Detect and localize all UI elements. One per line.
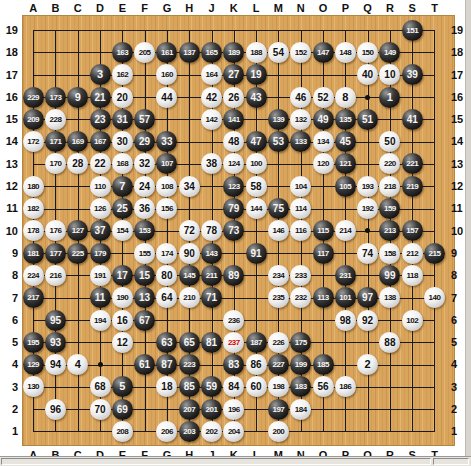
board-point-C6[interactable]: [67, 309, 89, 331]
board-point-N2[interactable]: 184: [290, 398, 312, 420]
board-point-M19[interactable]: [267, 19, 289, 41]
white-stone-42[interactable]: 42: [201, 87, 222, 108]
board-point-H9[interactable]: 90: [178, 242, 200, 264]
black-stone-121[interactable]: 121: [335, 153, 356, 174]
black-stone-179[interactable]: 179: [90, 243, 111, 264]
board-point-F10[interactable]: 153: [133, 220, 155, 242]
black-stone-49[interactable]: 49: [313, 109, 334, 130]
board-point-A12[interactable]: 180: [22, 175, 44, 197]
board-point-M6[interactable]: [267, 309, 289, 331]
black-stone-163[interactable]: 163: [112, 42, 133, 63]
black-stone-123[interactable]: 123: [223, 176, 244, 197]
white-stone-205[interactable]: 205: [134, 42, 155, 63]
board-point-K3[interactable]: 84: [223, 376, 245, 398]
board-point-E17[interactable]: 162: [111, 64, 133, 86]
board-point-M14[interactable]: 53: [267, 130, 289, 152]
board-point-A16[interactable]: 229: [22, 86, 44, 108]
white-stone-48[interactable]: 48: [223, 131, 244, 152]
board-point-R18[interactable]: 149: [379, 41, 401, 63]
board-point-N19[interactable]: [290, 19, 312, 41]
board-point-M18[interactable]: 54: [267, 41, 289, 63]
board-point-Q8[interactable]: [356, 264, 378, 286]
black-stone-187[interactable]: 187: [246, 332, 267, 353]
board-point-O1[interactable]: [312, 420, 334, 442]
board-point-D18[interactable]: [89, 41, 111, 63]
white-stone-148[interactable]: 148: [335, 42, 356, 63]
board-point-S1[interactable]: [401, 420, 423, 442]
black-stone-81[interactable]: 81: [201, 332, 222, 353]
board-point-L4[interactable]: 86: [245, 353, 267, 375]
white-stone-2[interactable]: 2: [357, 354, 378, 375]
board-point-R5[interactable]: 88: [379, 331, 401, 353]
board-point-Q10[interactable]: [356, 220, 378, 242]
board-point-K16[interactable]: 26: [223, 86, 245, 108]
white-stone-124[interactable]: 124: [223, 153, 244, 174]
board-point-D3[interactable]: 68: [89, 376, 111, 398]
white-stone-235[interactable]: 235: [268, 287, 289, 308]
board-point-O18[interactable]: 147: [312, 41, 334, 63]
white-stone-146[interactable]: 146: [268, 220, 289, 241]
white-stone-70[interactable]: 70: [90, 399, 111, 420]
black-stone-221[interactable]: 221: [402, 153, 423, 174]
board-point-G9[interactable]: 174: [156, 242, 178, 264]
board-point-R7[interactable]: 138: [379, 287, 401, 309]
board-point-H1[interactable]: 203: [178, 420, 200, 442]
black-stone-11[interactable]: 11: [90, 287, 111, 308]
board-point-K10[interactable]: 73: [223, 220, 245, 242]
board-point-O19[interactable]: [312, 19, 334, 41]
board-point-G13[interactable]: 107: [156, 153, 178, 175]
board-point-J5[interactable]: 81: [200, 331, 222, 353]
board-point-O13[interactable]: 120: [312, 153, 334, 175]
board-point-C1[interactable]: [67, 420, 89, 442]
white-stone-64[interactable]: 64: [156, 287, 177, 308]
board-point-L9[interactable]: 91: [245, 242, 267, 264]
white-stone-138[interactable]: 138: [379, 287, 400, 308]
board-point-H8[interactable]: 145: [178, 264, 200, 286]
board-point-M10[interactable]: 146: [267, 220, 289, 242]
board-point-L12[interactable]: 58: [245, 175, 267, 197]
white-stone-72[interactable]: 72: [179, 220, 200, 241]
white-stone-155[interactable]: 155: [134, 243, 155, 264]
board-point-J9[interactable]: 143: [200, 242, 222, 264]
white-stone-52[interactable]: 52: [313, 87, 334, 108]
board-point-J11[interactable]: [200, 197, 222, 219]
black-stone-211[interactable]: 211: [201, 265, 222, 286]
board-point-E11[interactable]: 25: [111, 197, 133, 219]
board-point-H19[interactable]: [178, 19, 200, 41]
board-point-G7[interactable]: 64: [156, 287, 178, 309]
board-point-L19[interactable]: [245, 19, 267, 41]
black-stone-169[interactable]: 169: [67, 131, 88, 152]
board-point-F6[interactable]: 67: [133, 309, 155, 331]
black-stone-99[interactable]: 99: [379, 265, 400, 286]
black-stone-69[interactable]: 69: [112, 399, 133, 420]
white-stone-180[interactable]: 180: [23, 176, 44, 197]
board-point-E7[interactable]: 190: [111, 287, 133, 309]
board-point-K13[interactable]: 124: [223, 153, 245, 175]
board-point-O5[interactable]: [312, 331, 334, 353]
black-stone-209[interactable]: 209: [23, 109, 44, 130]
black-stone-107[interactable]: 107: [156, 153, 177, 174]
board-point-Q17[interactable]: 40: [356, 64, 378, 86]
black-stone-229[interactable]: 229: [23, 87, 44, 108]
board-point-B5[interactable]: 93: [44, 331, 66, 353]
white-stone-54[interactable]: 54: [268, 42, 289, 63]
white-stone-237[interactable]: 237: [223, 332, 244, 353]
board-point-N12[interactable]: 104: [290, 175, 312, 197]
black-stone-115[interactable]: 115: [313, 220, 334, 241]
board-point-G11[interactable]: 156: [156, 197, 178, 219]
black-stone-67[interactable]: 67: [134, 310, 155, 331]
white-stone-56[interactable]: 56: [313, 376, 334, 397]
board-point-P9[interactable]: [334, 242, 356, 264]
board-point-K15[interactable]: 141: [223, 108, 245, 130]
board-point-A18[interactable]: [22, 41, 44, 63]
board-point-P5[interactable]: [334, 331, 356, 353]
board-point-R14[interactable]: 50: [379, 130, 401, 152]
board-point-N4[interactable]: 199: [290, 353, 312, 375]
board-point-O6[interactable]: [312, 309, 334, 331]
board-point-P7[interactable]: 101: [334, 287, 356, 309]
board-point-L11[interactable]: 144: [245, 197, 267, 219]
board-point-K1[interactable]: 204: [223, 420, 245, 442]
black-stone-79[interactable]: 79: [223, 198, 244, 219]
board-point-J2[interactable]: 201: [200, 398, 222, 420]
board-point-T2[interactable]: [423, 398, 445, 420]
white-stone-8[interactable]: 8: [335, 87, 356, 108]
board-point-L15[interactable]: [245, 108, 267, 130]
black-stone-41[interactable]: 41: [402, 109, 423, 130]
board-point-K5[interactable]: 237: [223, 331, 245, 353]
white-stone-16[interactable]: 16: [112, 310, 133, 331]
board-point-P10[interactable]: 214: [334, 220, 356, 242]
board-point-F14[interactable]: 29: [133, 130, 155, 152]
board-point-N11[interactable]: 114: [290, 197, 312, 219]
board-point-A11[interactable]: 182: [22, 197, 44, 219]
black-stone-53[interactable]: 53: [268, 131, 289, 152]
board-point-O10[interactable]: 115: [312, 220, 334, 242]
white-stone-191[interactable]: 191: [90, 265, 111, 286]
board-point-S15[interactable]: 41: [401, 108, 423, 130]
board-point-C11[interactable]: [67, 197, 89, 219]
board-point-S4[interactable]: [401, 353, 423, 375]
board-point-P18[interactable]: 148: [334, 41, 356, 63]
board-point-G17[interactable]: 160: [156, 64, 178, 86]
board-point-S5[interactable]: [401, 331, 423, 353]
white-stone-92[interactable]: 92: [357, 310, 378, 331]
black-stone-21[interactable]: 21: [90, 87, 111, 108]
board-point-K2[interactable]: 196: [223, 398, 245, 420]
black-stone-25[interactable]: 25: [112, 198, 133, 219]
board-point-K18[interactable]: 189: [223, 41, 245, 63]
board-point-P13[interactable]: 121: [334, 153, 356, 175]
board-point-A2[interactable]: [22, 398, 44, 420]
board-point-F16[interactable]: [133, 86, 155, 108]
board-point-G16[interactable]: 44: [156, 86, 178, 108]
white-stone-154[interactable]: 154: [112, 220, 133, 241]
black-stone-37[interactable]: 37: [90, 220, 111, 241]
board-point-E9[interactable]: [111, 242, 133, 264]
black-stone-207[interactable]: 207: [179, 399, 200, 420]
white-stone-176[interactable]: 176: [45, 220, 66, 241]
black-stone-201[interactable]: 201: [201, 399, 222, 420]
board-point-M1[interactable]: 200: [267, 420, 289, 442]
black-stone-83[interactable]: 83: [223, 354, 244, 375]
board-point-F19[interactable]: [133, 19, 155, 41]
board-point-J19[interactable]: [200, 19, 222, 41]
black-stone-63[interactable]: 63: [156, 332, 177, 353]
board-point-A6[interactable]: [22, 309, 44, 331]
board-point-P19[interactable]: [334, 19, 356, 41]
white-stone-96[interactable]: 96: [45, 399, 66, 420]
board-point-G12[interactable]: 108: [156, 175, 178, 197]
board-point-L2[interactable]: [245, 398, 267, 420]
white-stone-156[interactable]: 156: [156, 198, 177, 219]
board-point-S13[interactable]: 221: [401, 153, 423, 175]
board-point-B10[interactable]: 176: [44, 220, 66, 242]
board-point-C18[interactable]: [67, 41, 89, 63]
board-point-S14[interactable]: [401, 130, 423, 152]
board-point-H15[interactable]: [178, 108, 200, 130]
board-point-R17[interactable]: 10: [379, 64, 401, 86]
board-point-S3[interactable]: [401, 376, 423, 398]
board-point-E12[interactable]: 7: [111, 175, 133, 197]
white-stone-152[interactable]: 152: [290, 42, 311, 63]
black-stone-177[interactable]: 177: [45, 243, 66, 264]
board-point-E5[interactable]: 12: [111, 331, 133, 353]
black-stone-45[interactable]: 45: [335, 131, 356, 152]
board-point-R16[interactable]: 1: [379, 86, 401, 108]
board-point-P2[interactable]: [334, 398, 356, 420]
board-point-B12[interactable]: [44, 175, 66, 197]
board-point-P11[interactable]: [334, 197, 356, 219]
white-stone-114[interactable]: 114: [290, 198, 311, 219]
white-stone-150[interactable]: 150: [357, 42, 378, 63]
board-point-K17[interactable]: 27: [223, 64, 245, 86]
board-point-K8[interactable]: 89: [223, 264, 245, 286]
white-stone-226[interactable]: 226: [268, 332, 289, 353]
board-point-Q11[interactable]: 192: [356, 197, 378, 219]
white-stone-134[interactable]: 134: [313, 131, 334, 152]
board-point-T18[interactable]: [423, 41, 445, 63]
board-point-O3[interactable]: 56: [312, 376, 334, 398]
white-stone-26[interactable]: 26: [223, 87, 244, 108]
white-stone-193[interactable]: 193: [357, 176, 378, 197]
black-stone-145[interactable]: 145: [179, 265, 200, 286]
board-point-Q3[interactable]: [356, 376, 378, 398]
board-point-B13[interactable]: 170: [44, 153, 66, 175]
white-stone-188[interactable]: 188: [246, 42, 267, 63]
white-stone-164[interactable]: 164: [201, 64, 222, 85]
board-point-B16[interactable]: 173: [44, 86, 66, 108]
board-point-L6[interactable]: [245, 309, 267, 331]
board-point-G18[interactable]: 161: [156, 41, 178, 63]
white-stone-234[interactable]: 234: [268, 265, 289, 286]
board-point-M7[interactable]: 235: [267, 287, 289, 309]
board-point-C7[interactable]: [67, 287, 89, 309]
black-stone-213[interactable]: 213: [379, 220, 400, 241]
board-point-G6[interactable]: [156, 309, 178, 331]
black-stone-13[interactable]: 13: [134, 287, 155, 308]
board-point-C19[interactable]: [67, 19, 89, 41]
board-point-B14[interactable]: 171: [44, 130, 66, 152]
black-stone-223[interactable]: 223: [179, 354, 200, 375]
board-point-D11[interactable]: 126: [89, 197, 111, 219]
board-point-M17[interactable]: [267, 64, 289, 86]
board-point-G10[interactable]: [156, 220, 178, 242]
white-stone-84[interactable]: 84: [223, 376, 244, 397]
black-stone-105[interactable]: 105: [335, 176, 356, 197]
board-point-E19[interactable]: [111, 19, 133, 41]
board-point-E13[interactable]: 168: [111, 153, 133, 175]
board-point-A4[interactable]: 129: [22, 353, 44, 375]
black-stone-57[interactable]: 57: [134, 109, 155, 130]
board-point-T9[interactable]: 215: [423, 242, 445, 264]
board-point-N3[interactable]: 183: [290, 376, 312, 398]
black-stone-173[interactable]: 173: [45, 87, 66, 108]
board-point-Q18[interactable]: 150: [356, 41, 378, 63]
board-point-J16[interactable]: 42: [200, 86, 222, 108]
white-stone-130[interactable]: 130: [23, 376, 44, 397]
black-stone-113[interactable]: 113: [313, 287, 334, 308]
board-point-S10[interactable]: 157: [401, 220, 423, 242]
board-point-O7[interactable]: 113: [312, 287, 334, 309]
white-stone-110[interactable]: 110: [90, 176, 111, 197]
board-point-E3[interactable]: 5: [111, 376, 133, 398]
board-point-O15[interactable]: 49: [312, 108, 334, 130]
board-point-B15[interactable]: 228: [44, 108, 66, 130]
board-point-A5[interactable]: 195: [22, 331, 44, 353]
board-point-G2[interactable]: [156, 398, 178, 420]
white-stone-50[interactable]: 50: [379, 131, 400, 152]
board-point-T10[interactable]: [423, 220, 445, 242]
board-point-G19[interactable]: [156, 19, 178, 41]
board-point-S12[interactable]: 219: [401, 175, 423, 197]
board-point-F2[interactable]: [133, 398, 155, 420]
black-stone-127[interactable]: 127: [67, 220, 88, 241]
black-stone-171[interactable]: 171: [45, 131, 66, 152]
board-point-T6[interactable]: [423, 309, 445, 331]
black-stone-29[interactable]: 29: [134, 131, 155, 152]
black-stone-167[interactable]: 167: [90, 131, 111, 152]
board-point-Q5[interactable]: [356, 331, 378, 353]
black-stone-165[interactable]: 165: [201, 42, 222, 63]
white-stone-74[interactable]: 74: [357, 243, 378, 264]
board-point-C12[interactable]: [67, 175, 89, 197]
board-point-L5[interactable]: 187: [245, 331, 267, 353]
board-point-T4[interactable]: [423, 353, 445, 375]
white-stone-98[interactable]: 98: [335, 310, 356, 331]
board-point-P3[interactable]: 186: [334, 376, 356, 398]
board-point-R3[interactable]: [379, 376, 401, 398]
board-point-E15[interactable]: 31: [111, 108, 133, 130]
board-point-C8[interactable]: [67, 264, 89, 286]
black-stone-189[interactable]: 189: [223, 42, 244, 63]
black-stone-95[interactable]: 95: [45, 310, 66, 331]
board-point-N6[interactable]: [290, 309, 312, 331]
white-stone-182[interactable]: 182: [23, 198, 44, 219]
white-stone-22[interactable]: 22: [90, 153, 111, 174]
board-point-H10[interactable]: 72: [178, 220, 200, 242]
board-point-D17[interactable]: 3: [89, 64, 111, 86]
board-point-O14[interactable]: 134: [312, 130, 334, 152]
board-point-K12[interactable]: 123: [223, 175, 245, 197]
white-stone-186[interactable]: 186: [335, 376, 356, 397]
board-point-G14[interactable]: 33: [156, 130, 178, 152]
white-stone-68[interactable]: 68: [90, 376, 111, 397]
board-point-S8[interactable]: 118: [401, 264, 423, 286]
white-stone-196[interactable]: 196: [223, 399, 244, 420]
white-stone-30[interactable]: 30: [112, 131, 133, 152]
black-stone-225[interactable]: 225: [67, 243, 88, 264]
board-point-D10[interactable]: 37: [89, 220, 111, 242]
white-stone-228[interactable]: 228: [45, 109, 66, 130]
board-point-E14[interactable]: 30: [111, 130, 133, 152]
board-point-A10[interactable]: 178: [22, 220, 44, 242]
board-point-B17[interactable]: [44, 64, 66, 86]
board-point-J18[interactable]: 165: [200, 41, 222, 63]
board-point-T5[interactable]: [423, 331, 445, 353]
board-point-T15[interactable]: [423, 108, 445, 130]
board-point-Q4[interactable]: 2: [356, 353, 378, 375]
board-point-H12[interactable]: 34: [178, 175, 200, 197]
board-point-H5[interactable]: 65: [178, 331, 200, 353]
board-point-B9[interactable]: 177: [44, 242, 66, 264]
board-point-F4[interactable]: 61: [133, 353, 155, 375]
board-point-P14[interactable]: 45: [334, 130, 356, 152]
board-point-N10[interactable]: 116: [290, 220, 312, 242]
board-point-S2[interactable]: [401, 398, 423, 420]
board-point-A13[interactable]: [22, 153, 44, 175]
black-stone-135[interactable]: 135: [335, 109, 356, 130]
board-point-A3[interactable]: 130: [22, 376, 44, 398]
white-stone-144[interactable]: 144: [246, 198, 267, 219]
board-point-M2[interactable]: 197: [267, 398, 289, 420]
board-point-H7[interactable]: 210: [178, 287, 200, 309]
white-stone-40[interactable]: 40: [357, 64, 378, 85]
board-point-D12[interactable]: 110: [89, 175, 111, 197]
board-point-E2[interactable]: 69: [111, 398, 133, 420]
go-board[interactable]: 1511632051611371651891885415214714815014…: [22, 19, 446, 443]
board-point-F8[interactable]: 15: [133, 264, 155, 286]
board-point-D8[interactable]: 191: [89, 264, 111, 286]
black-stone-219[interactable]: 219: [402, 176, 423, 197]
board-point-C10[interactable]: 127: [67, 220, 89, 242]
white-stone-206[interactable]: 206: [156, 421, 177, 442]
board-point-H17[interactable]: [178, 64, 200, 86]
board-point-K19[interactable]: [223, 19, 245, 41]
board-point-R4[interactable]: [379, 353, 401, 375]
board-point-C17[interactable]: [67, 64, 89, 86]
black-stone-153[interactable]: 153: [134, 220, 155, 241]
white-stone-192[interactable]: 192: [357, 198, 378, 219]
white-stone-198[interactable]: 198: [268, 376, 289, 397]
black-stone-197[interactable]: 197: [268, 399, 289, 420]
white-stone-132[interactable]: 132: [290, 109, 311, 130]
board-point-R19[interactable]: [379, 19, 401, 41]
board-point-F11[interactable]: 36: [133, 197, 155, 219]
board-point-Q16[interactable]: [356, 86, 378, 108]
white-stone-162[interactable]: 162: [112, 64, 133, 85]
board-point-T11[interactable]: [423, 197, 445, 219]
board-point-E4[interactable]: [111, 353, 133, 375]
board-point-S7[interactable]: [401, 287, 423, 309]
board-point-H14[interactable]: [178, 130, 200, 152]
board-point-N13[interactable]: [290, 153, 312, 175]
board-point-B19[interactable]: [44, 19, 66, 41]
board-point-B7[interactable]: [44, 287, 66, 309]
